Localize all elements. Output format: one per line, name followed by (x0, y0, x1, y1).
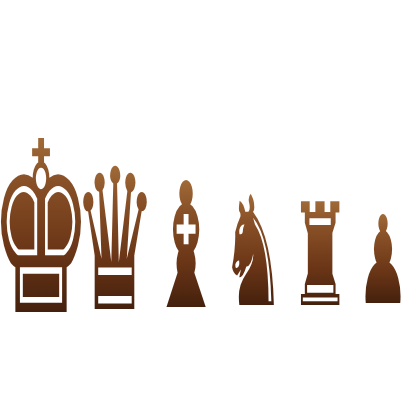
chess-piece-knight: ♞ (220, 177, 285, 329)
chess-pieces-photo: ♚ ♛ ♝ ♞ ♜ ♟ (0, 0, 416, 416)
chess-piece-queen: ♛ (73, 143, 157, 339)
chess-piece-bishop: ♝ (149, 160, 224, 334)
chess-piece-pawn: ♟ (357, 200, 410, 322)
chess-piece-rook: ♜ (289, 185, 350, 327)
